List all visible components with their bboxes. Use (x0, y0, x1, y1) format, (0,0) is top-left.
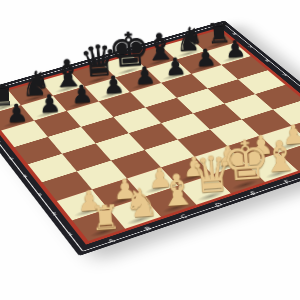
white-rook: ♜ (89, 202, 121, 236)
black-pawn: ♟ (224, 38, 246, 62)
white-bishop: ♝ (157, 168, 198, 211)
perspective-container: ♜♞♝♛♚♝♞♜♟♟♟♟♟♟♟♟♟♟♟♟♟♟♟♟♜♞♝♛♚♝♞♜ ABCDEFG… (0, 0, 300, 300)
chess-board: ♜♞♝♛♚♝♞♜♟♟♟♟♟♟♟♟♟♟♟♟♟♟♟♟♜♞♝♛♚♝♞♜ ABCDEFG… (0, 20, 300, 255)
black-pawn: ♟ (133, 64, 156, 88)
black-pawn: ♟ (5, 101, 29, 126)
black-pawn: ♟ (102, 73, 125, 97)
black-pawn: ♟ (38, 92, 62, 117)
white-knight: ♞ (123, 184, 160, 223)
chess-set-photo: ♜♞♝♛♚♝♞♜♟♟♟♟♟♟♟♟♟♟♟♟♟♟♟♟♜♞♝♛♚♝♞♜ ABCDEFG… (0, 0, 300, 300)
scene: ♜♞♝♛♚♝♞♜♟♟♟♟♟♟♟♟♟♟♟♟♟♟♟♟♜♞♝♛♚♝♞♜ ABCDEFG… (0, 0, 300, 300)
black-pawn: ♟ (194, 46, 217, 70)
black-pawn: ♟ (164, 55, 187, 79)
black-pawn: ♟ (70, 82, 93, 107)
